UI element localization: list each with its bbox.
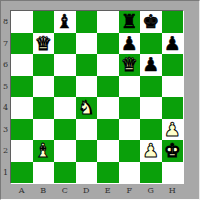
rank-label-3: 3 [1,119,10,141]
white-king: ♚ [164,141,181,160]
rank-label-1: 1 [1,162,10,184]
square-b4[interactable] [33,97,55,119]
square-c8[interactable]: ♝ [54,11,76,33]
square-e4[interactable] [97,97,119,119]
square-e7[interactable] [97,33,119,55]
file-label-f: F [119,184,141,197]
square-c5[interactable] [54,76,76,98]
square-h6[interactable] [162,54,184,76]
white-pawn: ♟ [142,141,159,160]
square-d1[interactable] [76,162,98,184]
square-e3[interactable] [97,119,119,141]
square-f8[interactable]: ♜ [119,11,141,33]
square-f3[interactable] [119,119,141,141]
square-d8[interactable] [76,11,98,33]
square-a5[interactable] [11,76,33,98]
square-h2[interactable]: ♚ [162,140,184,162]
square-g8[interactable]: ♚ [140,11,162,33]
black-pawn: ♟ [164,33,181,52]
square-d3[interactable] [76,119,98,141]
rank-label-4: 4 [1,97,10,119]
chess-diagram-window: 87654321 ♝♜♚♛♟♟♛♟♞♟♝♟♚ ABCDEFGH [0,0,200,200]
square-h1[interactable] [162,162,184,184]
square-g4[interactable] [140,97,162,119]
square-a2[interactable] [11,140,33,162]
rank-label-6: 6 [1,54,10,76]
square-d2[interactable] [76,140,98,162]
square-f5[interactable] [119,76,141,98]
square-d7[interactable] [76,33,98,55]
square-c2[interactable] [54,140,76,162]
square-f7[interactable]: ♟ [119,33,141,55]
square-a4[interactable] [11,97,33,119]
rank-label-8: 8 [1,11,10,33]
square-e2[interactable] [97,140,119,162]
white-knight: ♞ [78,98,95,117]
square-b3[interactable] [33,119,55,141]
square-b5[interactable] [33,76,55,98]
square-a8[interactable] [11,11,33,33]
square-h5[interactable] [162,76,184,98]
white-pawn: ♟ [164,119,181,138]
square-g1[interactable] [140,162,162,184]
square-d4[interactable]: ♞ [76,97,98,119]
black-king: ♚ [142,12,159,31]
rank-label-2: 2 [1,140,10,162]
white-queen: ♛ [121,55,138,74]
square-c6[interactable] [54,54,76,76]
black-pawn: ♟ [121,33,138,52]
square-e8[interactable] [97,11,119,33]
square-c1[interactable] [54,162,76,184]
square-f4[interactable] [119,97,141,119]
square-e6[interactable] [97,54,119,76]
square-a1[interactable] [11,162,33,184]
black-rook: ♜ [121,12,138,31]
rank-label-7: 7 [1,33,10,55]
square-c7[interactable] [54,33,76,55]
square-h8[interactable] [162,11,184,33]
square-b7[interactable]: ♛ [33,33,55,55]
black-bishop: ♝ [56,12,73,31]
rank-coordinates: 87654321 [1,11,10,183]
square-f1[interactable] [119,162,141,184]
square-g2[interactable]: ♟ [140,140,162,162]
file-label-a: A [11,184,33,197]
square-b8[interactable] [33,11,55,33]
square-g7[interactable] [140,33,162,55]
square-h4[interactable] [162,97,184,119]
square-g5[interactable] [140,76,162,98]
file-label-d: D [76,184,98,197]
square-g6[interactable]: ♟ [140,54,162,76]
rank-label-5: 5 [1,76,10,98]
file-label-c: C [54,184,76,197]
square-g3[interactable] [140,119,162,141]
square-a3[interactable] [11,119,33,141]
chess-board: ♝♜♚♛♟♟♛♟♞♟♝♟♚ [10,10,184,184]
square-b2[interactable]: ♝ [33,140,55,162]
square-d6[interactable] [76,54,98,76]
file-label-b: B [33,184,55,197]
white-bishop: ♝ [35,141,52,160]
square-e5[interactable] [97,76,119,98]
file-label-e: E [97,184,119,197]
black-pawn: ♟ [142,55,159,74]
square-d5[interactable] [76,76,98,98]
square-a7[interactable] [11,33,33,55]
square-b6[interactable] [33,54,55,76]
square-h3[interactable]: ♟ [162,119,184,141]
square-f2[interactable] [119,140,141,162]
square-a6[interactable] [11,54,33,76]
file-label-h: H [162,184,184,197]
file-coordinates: ABCDEFGH [11,184,183,197]
file-label-g: G [140,184,162,197]
square-h7[interactable]: ♟ [162,33,184,55]
square-e1[interactable] [97,162,119,184]
white-queen: ♛ [35,33,52,52]
square-c3[interactable] [54,119,76,141]
square-b1[interactable] [33,162,55,184]
square-c4[interactable] [54,97,76,119]
square-f6[interactable]: ♛ [119,54,141,76]
